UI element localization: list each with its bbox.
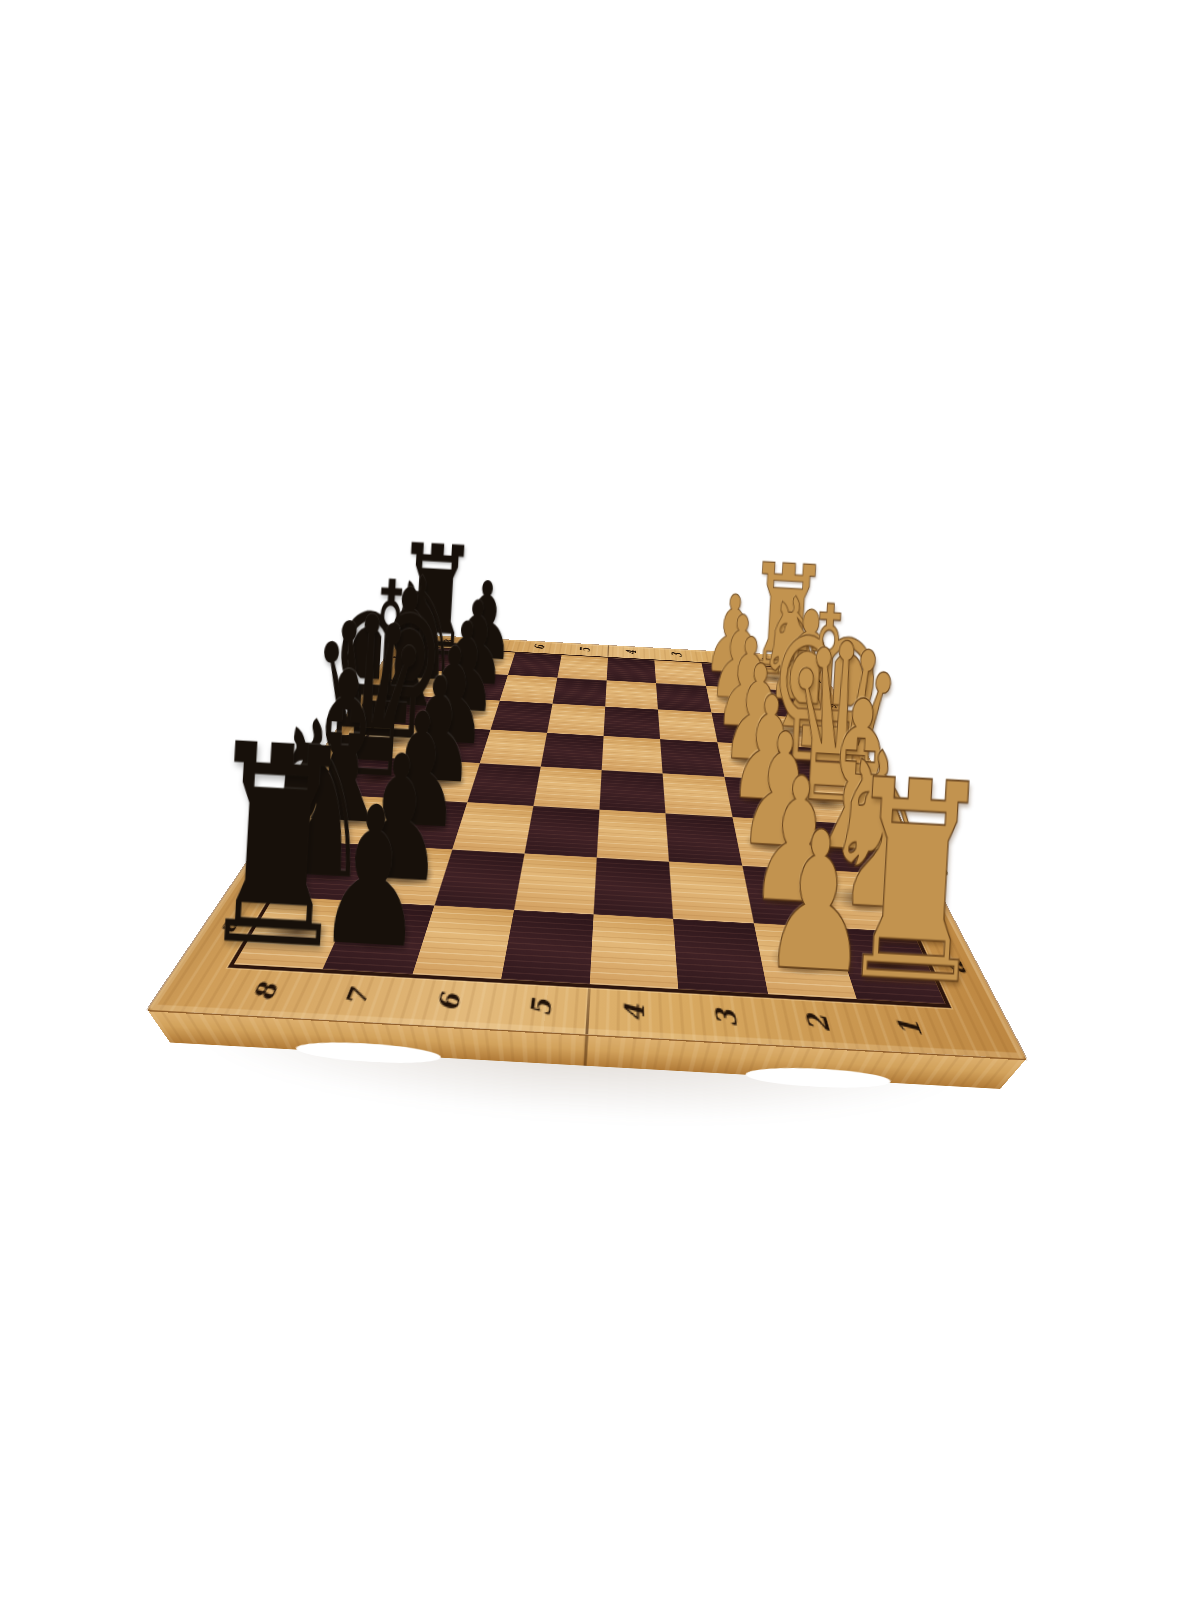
square-e6 bbox=[479, 730, 546, 767]
board-frame: 8877665544332211hhggffeeddccbbaa ♜♟♟♜♞♟♟… bbox=[148, 634, 1027, 1059]
square-c5 bbox=[524, 806, 599, 857]
square-a3 bbox=[673, 919, 767, 994]
foot-notch bbox=[292, 1039, 443, 1066]
square-a1: ♜ bbox=[833, 928, 945, 1004]
square-h5 bbox=[557, 655, 608, 680]
square-g5 bbox=[552, 678, 606, 707]
square-g3 bbox=[656, 683, 711, 712]
rank-label-far-5: 5 bbox=[576, 645, 595, 654]
square-e5 bbox=[541, 733, 604, 770]
square-h6 bbox=[508, 653, 562, 678]
square-g6 bbox=[499, 675, 557, 703]
rank-label-near-3: 3 bbox=[707, 1001, 748, 1036]
rank-label-far-3: 3 bbox=[668, 650, 687, 659]
rank-label-far-6: 6 bbox=[530, 643, 550, 652]
square-c4 bbox=[597, 810, 669, 861]
square-a5 bbox=[501, 910, 594, 984]
square-f3 bbox=[658, 709, 717, 742]
square-b6 bbox=[434, 849, 524, 910]
square-d4 bbox=[599, 770, 665, 814]
rank-label-far-4: 4 bbox=[622, 648, 640, 657]
square-b4 bbox=[594, 857, 674, 918]
square-c3 bbox=[666, 814, 742, 866]
rank-label-near-4: 4 bbox=[616, 996, 653, 1031]
fold-seam-side bbox=[584, 1035, 589, 1066]
square-a8: ♜ bbox=[234, 896, 354, 969]
rank-label-near-5: 5 bbox=[522, 991, 562, 1026]
square-f6 bbox=[490, 700, 552, 732]
chess-set-photo: 8877665544332211hhggffeeddccbbaa ♜♟♟♜♞♟♟… bbox=[0, 0, 1200, 1600]
square-b3 bbox=[669, 861, 753, 923]
square-a4 bbox=[590, 914, 679, 989]
square-c6 bbox=[452, 803, 533, 854]
square-h4 bbox=[607, 658, 657, 684]
chess-board: 8877665544332211hhggffeeddccbbaa ♜♟♟♜♞♟♟… bbox=[148, 634, 1027, 1059]
camera-tilt: 8877665544332211hhggffeeddccbbaa ♜♟♟♜♞♟♟… bbox=[0, 0, 1200, 1600]
square-h3 bbox=[655, 660, 706, 686]
square-f4 bbox=[604, 706, 661, 739]
square-d5 bbox=[533, 767, 602, 810]
perspective-scene: 8877665544332211hhggffeeddccbbaa ♜♟♟♜♞♟♟… bbox=[0, 0, 1200, 1600]
square-f5 bbox=[547, 703, 605, 735]
square-b5 bbox=[514, 853, 597, 914]
board-grid: ♜♟♟♜♞♟♟♞♝♟♟♝♚♟♟♚♛♟♟♛♝♟♟♝♞♟♟♞♜♟♟♜ bbox=[228, 646, 952, 1008]
square-g4 bbox=[605, 681, 658, 710]
white-rook-a1: ♜ bbox=[832, 741, 1000, 1023]
square-d3 bbox=[663, 773, 732, 817]
square-e4 bbox=[602, 736, 663, 774]
rank-label-near-6: 6 bbox=[427, 986, 471, 1021]
black-rook-a8: ♜ bbox=[193, 706, 361, 988]
square-d6 bbox=[467, 763, 541, 806]
foot-notch bbox=[743, 1065, 896, 1091]
square-e3 bbox=[660, 739, 724, 777]
